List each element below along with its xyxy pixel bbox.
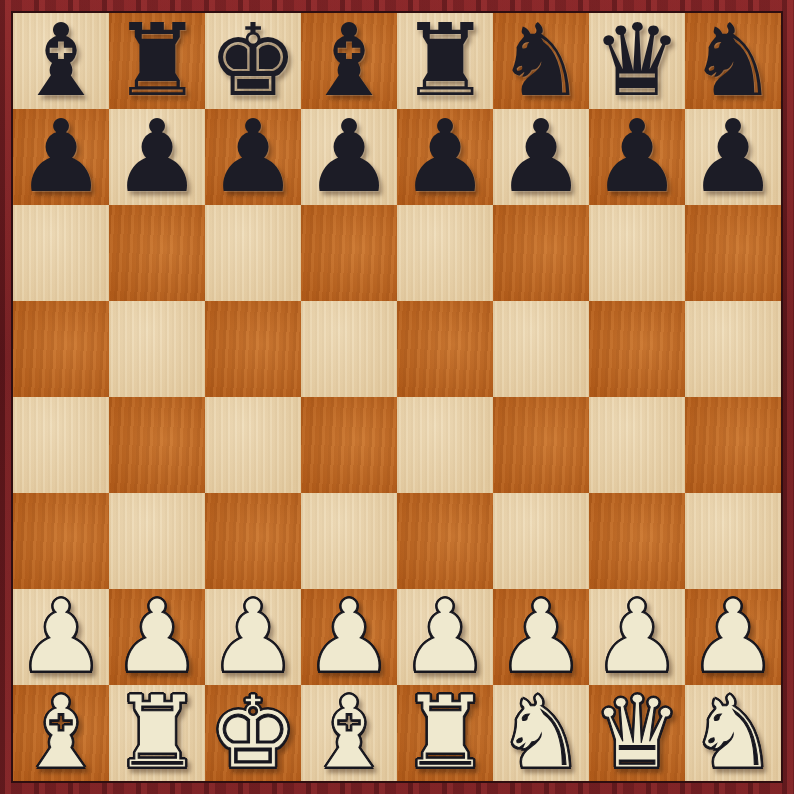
black-pawn[interactable]: ♟ — [16, 109, 106, 205]
white-knight[interactable]: ♞ — [688, 685, 778, 781]
square-d2[interactable]: ♟ — [301, 589, 397, 685]
square-a1[interactable]: ♝ — [13, 685, 109, 781]
white-pawn[interactable]: ♟ — [400, 589, 490, 685]
black-pawn[interactable]: ♟ — [304, 109, 394, 205]
square-g3[interactable] — [589, 493, 685, 589]
square-b6[interactable] — [109, 205, 205, 301]
square-a6[interactable] — [13, 205, 109, 301]
square-g5[interactable] — [589, 301, 685, 397]
square-b8[interactable]: ♜ — [109, 13, 205, 109]
square-d1[interactable]: ♝ — [301, 685, 397, 781]
square-g1[interactable]: ♛ — [589, 685, 685, 781]
black-pawn[interactable]: ♟ — [688, 109, 778, 205]
square-g6[interactable] — [589, 205, 685, 301]
white-pawn[interactable]: ♟ — [208, 589, 298, 685]
square-e6[interactable] — [397, 205, 493, 301]
square-a7[interactable]: ♟ — [13, 109, 109, 205]
square-a5[interactable] — [13, 301, 109, 397]
square-e1[interactable]: ♜ — [397, 685, 493, 781]
square-c3[interactable] — [205, 493, 301, 589]
black-pawn[interactable]: ♟ — [592, 109, 682, 205]
white-rook[interactable]: ♜ — [112, 685, 202, 781]
square-c5[interactable] — [205, 301, 301, 397]
square-d3[interactable] — [301, 493, 397, 589]
square-h6[interactable] — [685, 205, 781, 301]
black-rook[interactable]: ♜ — [112, 13, 202, 109]
black-queen[interactable]: ♛ — [592, 13, 682, 109]
black-knight[interactable]: ♞ — [688, 13, 778, 109]
square-d6[interactable] — [301, 205, 397, 301]
white-rook[interactable]: ♜ — [400, 685, 490, 781]
square-a8[interactable]: ♝ — [13, 13, 109, 109]
square-a2[interactable]: ♟ — [13, 589, 109, 685]
white-pawn[interactable]: ♟ — [688, 589, 778, 685]
square-b2[interactable]: ♟ — [109, 589, 205, 685]
square-f5[interactable] — [493, 301, 589, 397]
white-pawn[interactable]: ♟ — [304, 589, 394, 685]
square-b7[interactable]: ♟ — [109, 109, 205, 205]
black-bishop[interactable]: ♝ — [16, 13, 106, 109]
black-pawn[interactable]: ♟ — [208, 109, 298, 205]
white-knight[interactable]: ♞ — [496, 685, 586, 781]
square-e5[interactable] — [397, 301, 493, 397]
white-pawn[interactable]: ♟ — [592, 589, 682, 685]
square-g4[interactable] — [589, 397, 685, 493]
square-h5[interactable] — [685, 301, 781, 397]
square-e4[interactable] — [397, 397, 493, 493]
square-h8[interactable]: ♞ — [685, 13, 781, 109]
white-king[interactable]: ♚ — [208, 685, 298, 781]
square-h2[interactable]: ♟ — [685, 589, 781, 685]
square-d4[interactable] — [301, 397, 397, 493]
square-f6[interactable] — [493, 205, 589, 301]
board-frame: ♝♜♚♝♜♞♛♞♟♟♟♟♟♟♟♟♟♟♟♟♟♟♟♟♝♜♚♝♜♞♛♞ — [0, 0, 794, 794]
square-c1[interactable]: ♚ — [205, 685, 301, 781]
white-bishop[interactable]: ♝ — [304, 685, 394, 781]
square-a3[interactable] — [13, 493, 109, 589]
black-pawn[interactable]: ♟ — [400, 109, 490, 205]
black-pawn[interactable]: ♟ — [112, 109, 202, 205]
square-h1[interactable]: ♞ — [685, 685, 781, 781]
white-pawn[interactable]: ♟ — [16, 589, 106, 685]
square-h3[interactable] — [685, 493, 781, 589]
square-b4[interactable] — [109, 397, 205, 493]
square-c8[interactable]: ♚ — [205, 13, 301, 109]
square-c7[interactable]: ♟ — [205, 109, 301, 205]
black-king[interactable]: ♚ — [208, 13, 298, 109]
square-g2[interactable]: ♟ — [589, 589, 685, 685]
square-h4[interactable] — [685, 397, 781, 493]
chess-board: ♝♜♚♝♜♞♛♞♟♟♟♟♟♟♟♟♟♟♟♟♟♟♟♟♝♜♚♝♜♞♛♞ — [11, 11, 783, 783]
white-pawn[interactable]: ♟ — [112, 589, 202, 685]
black-knight[interactable]: ♞ — [496, 13, 586, 109]
square-b5[interactable] — [109, 301, 205, 397]
square-e7[interactable]: ♟ — [397, 109, 493, 205]
white-queen[interactable]: ♛ — [592, 685, 682, 781]
square-f7[interactable]: ♟ — [493, 109, 589, 205]
square-f3[interactable] — [493, 493, 589, 589]
square-c4[interactable] — [205, 397, 301, 493]
square-f2[interactable]: ♟ — [493, 589, 589, 685]
square-c6[interactable] — [205, 205, 301, 301]
square-d7[interactable]: ♟ — [301, 109, 397, 205]
square-d5[interactable] — [301, 301, 397, 397]
black-bishop[interactable]: ♝ — [304, 13, 394, 109]
square-f1[interactable]: ♞ — [493, 685, 589, 781]
black-rook[interactable]: ♜ — [400, 13, 490, 109]
square-e3[interactable] — [397, 493, 493, 589]
white-pawn[interactable]: ♟ — [496, 589, 586, 685]
square-e2[interactable]: ♟ — [397, 589, 493, 685]
square-a4[interactable] — [13, 397, 109, 493]
square-c2[interactable]: ♟ — [205, 589, 301, 685]
square-d8[interactable]: ♝ — [301, 13, 397, 109]
square-b3[interactable] — [109, 493, 205, 589]
square-b1[interactable]: ♜ — [109, 685, 205, 781]
square-f8[interactable]: ♞ — [493, 13, 589, 109]
square-g8[interactable]: ♛ — [589, 13, 685, 109]
black-pawn[interactable]: ♟ — [496, 109, 586, 205]
square-f4[interactable] — [493, 397, 589, 493]
square-h7[interactable]: ♟ — [685, 109, 781, 205]
square-e8[interactable]: ♜ — [397, 13, 493, 109]
white-bishop[interactable]: ♝ — [16, 685, 106, 781]
square-g7[interactable]: ♟ — [589, 109, 685, 205]
